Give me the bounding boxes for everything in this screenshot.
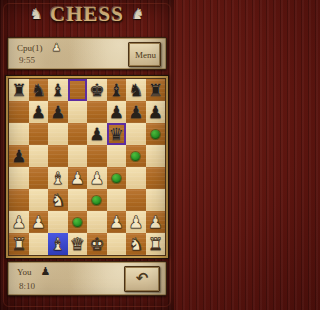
cpu-clock: 9:55 — [19, 55, 35, 65]
piece-white-queen-d1: ♛ — [68, 233, 88, 255]
piece-white-bishop-c1: ♝ — [48, 233, 68, 255]
square-c6[interactable] — [48, 123, 68, 145]
square-f3[interactable] — [107, 189, 127, 211]
square-g5[interactable] — [126, 145, 146, 167]
menu-button[interactable]: Menu — [128, 42, 161, 67]
square-d1[interactable]: ♛ — [68, 233, 88, 255]
square-e3[interactable] — [87, 189, 107, 211]
you-clock: 8:10 — [19, 281, 35, 291]
cpu-player-row: Cpu(1) ♟ — [17, 42, 61, 53]
legal-move-dot-d2 — [73, 218, 82, 227]
cpu-player-bar: Cpu(1) ♟ 9:55 Menu — [7, 37, 167, 70]
piece-black-pawn-c7: ♟ — [48, 101, 68, 123]
piece-white-pawn-a2: ♟ — [9, 211, 29, 233]
square-g4[interactable] — [126, 167, 146, 189]
square-c2[interactable] — [48, 211, 68, 233]
square-f6[interactable]: ♛ — [107, 123, 127, 145]
square-b4[interactable] — [29, 167, 49, 189]
square-d8[interactable] — [68, 79, 88, 101]
square-b1[interactable] — [29, 233, 49, 255]
chess-board: ♜♞♝♚♝♞♜♟♟♟♟♟♟♛♟♝♟♟♞♟♟♟♟♟♜♝♛♚♞♜ — [5, 75, 169, 259]
piece-black-queen-f6: ♛ — [107, 123, 127, 145]
legal-move-dot-h6 — [151, 130, 160, 139]
cpu-player-label: Cpu(1) — [17, 43, 43, 53]
square-g1[interactable]: ♞ — [126, 233, 146, 255]
piece-white-king-e1: ♚ — [87, 233, 107, 255]
square-a5[interactable]: ♟ — [9, 145, 29, 167]
app-title: CHESS — [50, 2, 124, 27]
square-h8[interactable]: ♜ — [146, 79, 166, 101]
square-b2[interactable]: ♟ — [29, 211, 49, 233]
square-b8[interactable]: ♞ — [29, 79, 49, 101]
square-a2[interactable]: ♟ — [9, 211, 29, 233]
square-e8[interactable]: ♚ — [87, 79, 107, 101]
legal-move-dot-f4 — [112, 174, 121, 183]
title-bar: ♞ CHESS ♞ — [0, 0, 174, 28]
square-f4[interactable] — [107, 167, 127, 189]
legal-move-dot-e3 — [92, 196, 101, 205]
square-c7[interactable]: ♟ — [48, 101, 68, 123]
you-player-row: You ♟ — [17, 266, 50, 277]
square-h7[interactable]: ♟ — [146, 101, 166, 123]
square-f1[interactable] — [107, 233, 127, 255]
square-h3[interactable] — [146, 189, 166, 211]
square-h2[interactable]: ♟ — [146, 211, 166, 233]
square-c8[interactable]: ♝ — [48, 79, 68, 101]
piece-black-knight-g8: ♞ — [126, 79, 146, 101]
piece-white-bishop-c4: ♝ — [48, 167, 68, 189]
square-e4[interactable]: ♟ — [87, 167, 107, 189]
piece-white-pawn-d4: ♟ — [68, 167, 88, 189]
square-e7[interactable] — [87, 101, 107, 123]
piece-black-pawn-g7: ♟ — [126, 101, 146, 123]
piece-white-rook-h1: ♜ — [146, 233, 166, 255]
square-e2[interactable] — [87, 211, 107, 233]
board-grid: ♜♞♝♚♝♞♜♟♟♟♟♟♟♛♟♝♟♟♞♟♟♟♟♟♜♝♛♚♞♜ — [8, 78, 166, 256]
square-h5[interactable] — [146, 145, 166, 167]
piece-white-rook-a1: ♜ — [9, 233, 29, 255]
square-f7[interactable]: ♟ — [107, 101, 127, 123]
piece-white-pawn-h2: ♟ — [146, 211, 166, 233]
square-f8[interactable]: ♝ — [107, 79, 127, 101]
square-h1[interactable]: ♜ — [146, 233, 166, 255]
square-b3[interactable] — [29, 189, 49, 211]
square-c3[interactable]: ♞ — [48, 189, 68, 211]
piece-black-knight-b8: ♞ — [29, 79, 49, 101]
piece-black-pawn-e6: ♟ — [87, 123, 107, 145]
square-g3[interactable] — [126, 189, 146, 211]
square-a7[interactable] — [9, 101, 29, 123]
square-d7[interactable] — [68, 101, 88, 123]
square-d3[interactable] — [68, 189, 88, 211]
piece-white-pawn-g2: ♟ — [126, 211, 146, 233]
square-a4[interactable] — [9, 167, 29, 189]
square-g6[interactable] — [126, 123, 146, 145]
square-d6[interactable] — [68, 123, 88, 145]
square-c1[interactable]: ♝ — [48, 233, 68, 255]
square-d4[interactable]: ♟ — [68, 167, 88, 189]
square-h4[interactable] — [146, 167, 166, 189]
piece-black-king-e8: ♚ — [87, 79, 107, 101]
piece-white-pawn-b2: ♟ — [29, 211, 49, 233]
square-h6[interactable] — [146, 123, 166, 145]
piece-black-pawn-a5: ♟ — [9, 145, 29, 167]
black-pawn-icon: ♟ — [41, 266, 51, 277]
square-e6[interactable]: ♟ — [87, 123, 107, 145]
square-b7[interactable]: ♟ — [29, 101, 49, 123]
piece-black-bishop-f8: ♝ — [107, 79, 127, 101]
square-g2[interactable]: ♟ — [126, 211, 146, 233]
square-g7[interactable]: ♟ — [126, 101, 146, 123]
white-pawn-icon: ♟ — [52, 42, 62, 53]
square-b6[interactable] — [29, 123, 49, 145]
piece-black-pawn-h7: ♟ — [146, 101, 166, 123]
square-d2[interactable] — [68, 211, 88, 233]
piece-white-pawn-f2: ♟ — [107, 211, 127, 233]
piece-black-pawn-f7: ♟ — [107, 101, 127, 123]
knight-logo-left-icon: ♞ — [30, 7, 43, 22]
square-d5[interactable] — [68, 145, 88, 167]
square-e1[interactable]: ♚ — [87, 233, 107, 255]
piece-white-knight-c3: ♞ — [48, 189, 68, 211]
square-a6[interactable] — [9, 123, 29, 145]
undo-button[interactable]: ↶ — [124, 266, 160, 292]
knight-logo-right-icon: ♞ — [131, 7, 144, 22]
square-g8[interactable]: ♞ — [126, 79, 146, 101]
square-c5[interactable] — [48, 145, 68, 167]
piece-black-rook-a8: ♜ — [9, 79, 29, 101]
square-a1[interactable]: ♜ — [9, 233, 29, 255]
square-f2[interactable]: ♟ — [107, 211, 127, 233]
square-c4[interactable]: ♝ — [48, 167, 68, 189]
piece-black-bishop-c8: ♝ — [48, 79, 68, 101]
piece-black-rook-h8: ♜ — [146, 79, 166, 101]
square-a3[interactable] — [9, 189, 29, 211]
square-f5[interactable] — [107, 145, 127, 167]
piece-black-pawn-b7: ♟ — [29, 101, 49, 123]
you-player-bar: You ♟ 8:10 ↶ — [7, 261, 167, 296]
square-a8[interactable]: ♜ — [9, 79, 29, 101]
square-e5[interactable] — [87, 145, 107, 167]
legal-move-dot-g5 — [131, 152, 140, 161]
piece-white-knight-g1: ♞ — [126, 233, 146, 255]
piece-white-pawn-e4: ♟ — [87, 167, 107, 189]
square-b5[interactable] — [29, 145, 49, 167]
you-player-label: You — [17, 267, 32, 277]
